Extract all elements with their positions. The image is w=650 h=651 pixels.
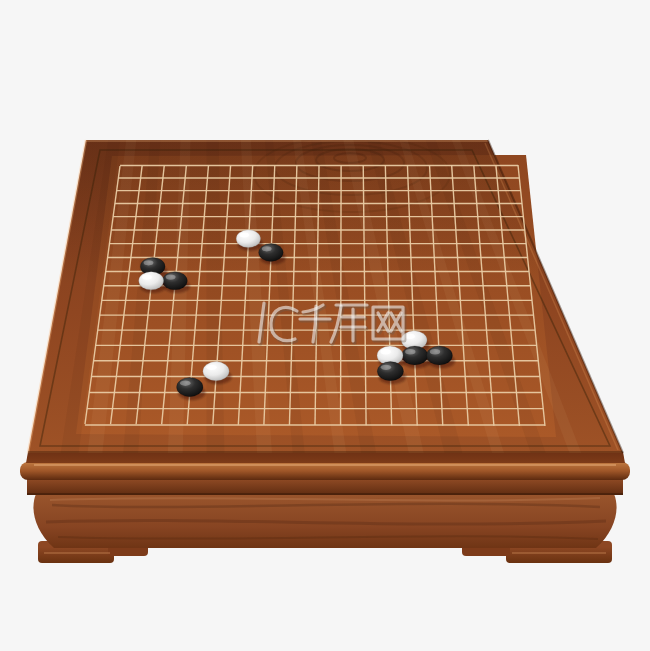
grid-vline: [341, 165, 342, 425]
stone-body: [162, 272, 187, 290]
stone-gloss: [166, 275, 176, 280]
stone-gloss: [180, 381, 191, 386]
stone-gloss: [142, 275, 152, 280]
slab-front-face: [26, 452, 625, 463]
stone-body: [177, 377, 203, 396]
stone-gloss: [405, 349, 415, 354]
stone-body: [139, 272, 164, 290]
stone-gloss: [206, 365, 216, 370]
stone-body: [402, 346, 428, 365]
stone-gloss: [239, 233, 249, 238]
lower-molding: [27, 479, 623, 495]
stone-gloss: [381, 365, 391, 370]
stone-body: [377, 362, 403, 381]
stone-body: [259, 244, 283, 262]
stone-gloss: [380, 349, 390, 354]
stone-gloss: [262, 246, 272, 251]
stone-body: [203, 362, 229, 381]
stone-gloss: [144, 260, 154, 265]
stone-body: [426, 346, 452, 365]
go-board: [0, 0, 650, 651]
stone-gloss: [430, 349, 440, 354]
go-board-scene: |C 千库网: [0, 0, 650, 651]
stone-body: [236, 230, 260, 248]
